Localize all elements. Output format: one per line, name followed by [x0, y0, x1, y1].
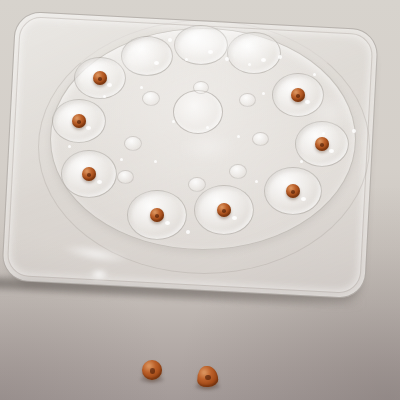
table-surface — [0, 0, 400, 400]
photo-scene — [0, 0, 400, 400]
loose-bead-2[interactable] — [196, 365, 218, 387]
loose-bead-1[interactable] — [142, 360, 162, 380]
